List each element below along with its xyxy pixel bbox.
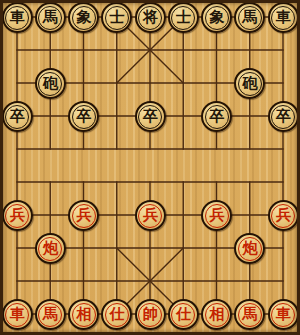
piece-red-horse-b10[interactable]: 馬 xyxy=(35,299,66,330)
piece-red-cannon-h8[interactable]: 炮 xyxy=(234,233,265,264)
piece-glyph: 兵 xyxy=(5,204,29,228)
piece-grid: 車馬象士将士象馬車砲砲卒卒卒卒卒兵兵兵兵兵炮炮車馬相仕帥仕相馬車 xyxy=(1,1,300,331)
piece-glyph: 卒 xyxy=(138,105,162,129)
piece-red-chariot-i10[interactable]: 車 xyxy=(268,299,299,330)
piece-glyph: 卒 xyxy=(205,105,229,129)
piece-red-chariot-a10[interactable]: 車 xyxy=(2,299,33,330)
piece-glyph: 卒 xyxy=(72,105,96,129)
piece-glyph: 馬 xyxy=(238,303,262,327)
piece-black-advisor-f1[interactable]: 士 xyxy=(168,2,199,33)
piece-black-horse-h1[interactable]: 馬 xyxy=(234,2,265,33)
piece-red-elephant-g10[interactable]: 相 xyxy=(201,299,232,330)
piece-black-cannon-b3[interactable]: 砲 xyxy=(35,68,66,99)
piece-glyph: 車 xyxy=(271,303,295,327)
piece-black-general-e1[interactable]: 将 xyxy=(135,2,166,33)
xiangqi-board: 車馬象士将士象馬車砲砲卒卒卒卒卒兵兵兵兵兵炮炮車馬相仕帥仕相馬車 xyxy=(0,0,300,335)
piece-red-soldier-c7[interactable]: 兵 xyxy=(68,200,99,231)
piece-glyph: 仕 xyxy=(105,303,129,327)
piece-glyph: 帥 xyxy=(138,303,162,327)
piece-glyph: 兵 xyxy=(72,204,96,228)
piece-glyph: 兵 xyxy=(271,204,295,228)
piece-black-chariot-a1[interactable]: 車 xyxy=(2,2,33,33)
piece-glyph: 卒 xyxy=(271,105,295,129)
piece-glyph: 士 xyxy=(105,6,129,30)
piece-glyph: 象 xyxy=(205,6,229,30)
piece-glyph: 兵 xyxy=(138,204,162,228)
piece-black-horse-b1[interactable]: 馬 xyxy=(35,2,66,33)
piece-glyph: 砲 xyxy=(38,72,62,96)
piece-black-elephant-c1[interactable]: 象 xyxy=(68,2,99,33)
piece-red-soldier-a7[interactable]: 兵 xyxy=(2,200,33,231)
piece-glyph: 将 xyxy=(138,6,162,30)
piece-black-chariot-i1[interactable]: 車 xyxy=(268,2,299,33)
piece-red-soldier-e7[interactable]: 兵 xyxy=(135,200,166,231)
piece-red-advisor-f10[interactable]: 仕 xyxy=(168,299,199,330)
piece-glyph: 卒 xyxy=(5,105,29,129)
piece-black-soldier-g4[interactable]: 卒 xyxy=(201,101,232,132)
piece-red-elephant-c10[interactable]: 相 xyxy=(68,299,99,330)
piece-red-soldier-i7[interactable]: 兵 xyxy=(268,200,299,231)
piece-glyph: 車 xyxy=(271,6,295,30)
piece-black-soldier-e4[interactable]: 卒 xyxy=(135,101,166,132)
piece-glyph: 仕 xyxy=(171,303,195,327)
piece-glyph: 馬 xyxy=(38,303,62,327)
piece-glyph: 馬 xyxy=(238,6,262,30)
piece-black-advisor-d1[interactable]: 士 xyxy=(101,2,132,33)
piece-glyph: 砲 xyxy=(238,72,262,96)
piece-black-cannon-h3[interactable]: 砲 xyxy=(234,68,265,99)
piece-black-soldier-c4[interactable]: 卒 xyxy=(68,101,99,132)
piece-red-horse-h10[interactable]: 馬 xyxy=(234,299,265,330)
piece-red-soldier-g7[interactable]: 兵 xyxy=(201,200,232,231)
piece-glyph: 相 xyxy=(205,303,229,327)
piece-glyph: 車 xyxy=(5,303,29,327)
piece-glyph: 相 xyxy=(72,303,96,327)
piece-glyph: 炮 xyxy=(238,237,262,261)
piece-black-soldier-i4[interactable]: 卒 xyxy=(268,101,299,132)
piece-red-advisor-d10[interactable]: 仕 xyxy=(101,299,132,330)
piece-glyph: 車 xyxy=(5,6,29,30)
piece-glyph: 馬 xyxy=(38,6,62,30)
piece-glyph: 兵 xyxy=(205,204,229,228)
piece-black-soldier-a4[interactable]: 卒 xyxy=(2,101,33,132)
piece-red-general-e10[interactable]: 帥 xyxy=(135,299,166,330)
piece-red-cannon-b8[interactable]: 炮 xyxy=(35,233,66,264)
piece-black-elephant-g1[interactable]: 象 xyxy=(201,2,232,33)
piece-glyph: 炮 xyxy=(38,237,62,261)
piece-glyph: 士 xyxy=(171,6,195,30)
piece-glyph: 象 xyxy=(72,6,96,30)
